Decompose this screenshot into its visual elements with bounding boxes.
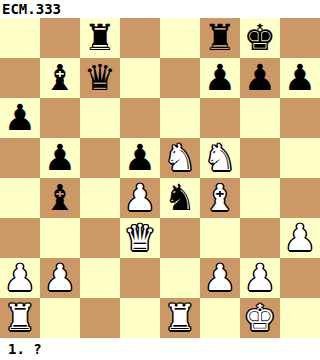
square-h1[interactable] <box>280 298 320 338</box>
white-pawn-piece: ♟ <box>244 258 276 298</box>
header: ECM.333 <box>0 0 320 18</box>
square-g2[interactable]: ♟ <box>240 258 280 298</box>
black-pawn-piece: ♟ <box>44 138 76 178</box>
black-knight-piece: ♞ <box>164 178 196 218</box>
square-d3[interactable]: ♛ <box>120 218 160 258</box>
square-c4[interactable] <box>80 178 120 218</box>
square-b6[interactable] <box>40 98 80 138</box>
white-knight-piece: ♞ <box>204 138 236 178</box>
white-rook-piece: ♜ <box>164 298 196 338</box>
white-pawn-piece: ♟ <box>44 258 76 298</box>
square-h7[interactable]: ♟ <box>280 58 320 98</box>
white-king-piece: ♚ <box>244 298 276 338</box>
square-f3[interactable] <box>200 218 240 258</box>
white-knight-piece: ♞ <box>164 138 196 178</box>
square-a8[interactable] <box>0 18 40 58</box>
square-f8[interactable]: ♜ <box>200 18 240 58</box>
black-pawn-piece: ♟ <box>244 58 276 98</box>
square-e6[interactable] <box>160 98 200 138</box>
square-f6[interactable] <box>200 98 240 138</box>
square-e1[interactable]: ♜ <box>160 298 200 338</box>
square-c7[interactable]: ♛ <box>80 58 120 98</box>
square-d6[interactable] <box>120 98 160 138</box>
square-b7[interactable]: ♝ <box>40 58 80 98</box>
black-rook-piece: ♜ <box>84 18 116 58</box>
black-pawn-piece: ♟ <box>284 58 316 98</box>
square-c8[interactable]: ♜ <box>80 18 120 58</box>
square-a1[interactable]: ♜ <box>0 298 40 338</box>
square-e4[interactable]: ♞ <box>160 178 200 218</box>
black-king-piece: ♚ <box>244 18 276 58</box>
square-a5[interactable] <box>0 138 40 178</box>
white-queen-piece: ♛ <box>124 218 156 258</box>
square-c6[interactable] <box>80 98 120 138</box>
square-g3[interactable] <box>240 218 280 258</box>
square-d8[interactable] <box>120 18 160 58</box>
square-b4[interactable]: ♝ <box>40 178 80 218</box>
square-f1[interactable] <box>200 298 240 338</box>
square-b3[interactable] <box>40 218 80 258</box>
square-c5[interactable] <box>80 138 120 178</box>
square-c1[interactable] <box>80 298 120 338</box>
square-b1[interactable] <box>40 298 80 338</box>
square-f5[interactable]: ♞ <box>200 138 240 178</box>
black-pawn-piece: ♟ <box>124 138 156 178</box>
black-rook-piece: ♜ <box>204 18 236 58</box>
move-prompt: 1. ? <box>8 341 42 357</box>
square-c2[interactable] <box>80 258 120 298</box>
black-pawn-piece: ♟ <box>204 58 236 98</box>
square-d2[interactable] <box>120 258 160 298</box>
square-f2[interactable]: ♟ <box>200 258 240 298</box>
square-g7[interactable]: ♟ <box>240 58 280 98</box>
square-c3[interactable] <box>80 218 120 258</box>
square-b2[interactable]: ♟ <box>40 258 80 298</box>
square-a2[interactable]: ♟ <box>0 258 40 298</box>
square-h8[interactable] <box>280 18 320 58</box>
black-bishop-piece: ♝ <box>44 178 76 218</box>
footer: 1. ? <box>0 338 320 360</box>
white-rook-piece: ♜ <box>4 298 36 338</box>
square-g1[interactable]: ♚ <box>240 298 280 338</box>
square-h3[interactable]: ♟ <box>280 218 320 258</box>
square-a6[interactable]: ♟ <box>0 98 40 138</box>
square-a3[interactable] <box>0 218 40 258</box>
white-pawn-piece: ♟ <box>284 218 316 258</box>
square-h4[interactable] <box>280 178 320 218</box>
black-pawn-piece: ♟ <box>4 98 36 138</box>
square-d1[interactable] <box>120 298 160 338</box>
square-e7[interactable] <box>160 58 200 98</box>
square-a7[interactable] <box>0 58 40 98</box>
white-pawn-piece: ♟ <box>204 258 236 298</box>
square-h6[interactable] <box>280 98 320 138</box>
page-title: ECM.333 <box>2 1 61 17</box>
square-d4[interactable]: ♟ <box>120 178 160 218</box>
white-pawn-piece: ♟ <box>4 258 36 298</box>
square-b8[interactable] <box>40 18 80 58</box>
square-g4[interactable] <box>240 178 280 218</box>
square-a4[interactable] <box>0 178 40 218</box>
chess-board: ♜♜♚♝♛♟♟♟♟♟♟♞♞♝♟♞♝♛♟♟♟♟♟♜♜♚ <box>0 18 320 338</box>
square-e5[interactable]: ♞ <box>160 138 200 178</box>
square-e2[interactable] <box>160 258 200 298</box>
square-h2[interactable] <box>280 258 320 298</box>
square-g8[interactable]: ♚ <box>240 18 280 58</box>
square-e8[interactable] <box>160 18 200 58</box>
square-g6[interactable] <box>240 98 280 138</box>
square-d5[interactable]: ♟ <box>120 138 160 178</box>
square-g5[interactable] <box>240 138 280 178</box>
square-h5[interactable] <box>280 138 320 178</box>
black-queen-piece: ♛ <box>84 58 116 98</box>
square-f4[interactable]: ♝ <box>200 178 240 218</box>
square-b5[interactable]: ♟ <box>40 138 80 178</box>
white-pawn-piece: ♟ <box>124 178 156 218</box>
square-e3[interactable] <box>160 218 200 258</box>
white-bishop-piece: ♝ <box>204 178 236 218</box>
square-f7[interactable]: ♟ <box>200 58 240 98</box>
square-d7[interactable] <box>120 58 160 98</box>
chess-diagram-window: ECM.333 ♜♜♚♝♛♟♟♟♟♟♟♞♞♝♟♞♝♛♟♟♟♟♟♜♜♚ 1. ? <box>0 0 320 360</box>
black-bishop-piece: ♝ <box>44 58 76 98</box>
